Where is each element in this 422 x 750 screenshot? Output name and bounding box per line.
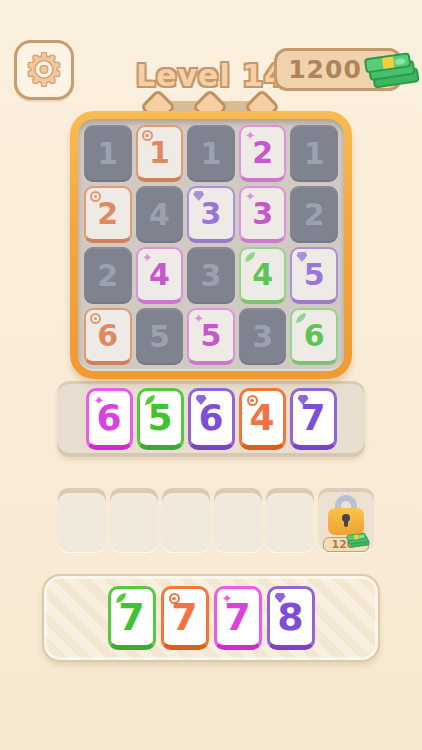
board-card-5-purple[interactable]: 5 (290, 247, 338, 304)
board-grid: 111✦21243✦322✦434565✦536 (84, 125, 338, 365)
next-cards-tray: 77✦78 (42, 574, 380, 662)
empty-slot-1[interactable] (58, 488, 106, 552)
board: 111✦21243✦322✦434565✦536 (78, 119, 344, 371)
card-value: 2 (97, 199, 118, 229)
slot-row: 120 (58, 488, 370, 553)
sparkle-icon: ✦ (245, 130, 256, 141)
coin-amount: 1200 (288, 55, 362, 84)
board-card-3-gray: 3 (187, 247, 235, 304)
board-card-2-magenta[interactable]: ✦2 (239, 125, 287, 182)
hand-card-5-green[interactable]: 5 (137, 388, 184, 450)
eye-icon (90, 191, 101, 202)
money-stack-icon (362, 39, 418, 92)
board-card-5-magenta[interactable]: ✦5 (187, 308, 235, 365)
card-value: 6 (304, 321, 325, 351)
card-value: 4 (252, 260, 273, 290)
board-card-1-orange[interactable]: 1 (136, 125, 184, 182)
eye-icon (169, 593, 180, 604)
tray-card-7-green[interactable]: 7 (108, 586, 156, 650)
card-value: 1 (201, 139, 222, 169)
card-value: 1 (149, 138, 170, 168)
tray-card-7-orange[interactable]: 7 (161, 586, 209, 650)
card-value: 2 (97, 261, 118, 291)
board-card-1-gray: 1 (84, 125, 132, 182)
card-value: 8 (277, 598, 303, 636)
sparkle-icon: ✦ (142, 252, 153, 263)
board-card-3-gray: 3 (239, 308, 287, 365)
card-value: 4 (149, 200, 170, 230)
empty-slot-4[interactable] (214, 488, 262, 552)
card-value: 6 (198, 400, 223, 436)
hand-tray: ✦65647 (57, 381, 365, 457)
eye-icon (247, 395, 258, 406)
card-value: 6 (97, 321, 118, 351)
board-frame: 111✦21243✦322✦434565✦536 (70, 111, 352, 379)
hand-card-7-purple[interactable]: 7 (290, 388, 337, 450)
eye-icon (90, 313, 101, 324)
sparkle-icon: ✦ (193, 313, 204, 324)
coin-counter[interactable]: 1200 (274, 48, 402, 91)
board-card-4-green[interactable]: 4 (239, 247, 287, 304)
eye-icon (142, 130, 153, 141)
sparkle-icon: ✦ (94, 395, 105, 406)
empty-slot-2[interactable] (110, 488, 158, 552)
card-value: 5 (147, 400, 172, 436)
card-value: 7 (300, 400, 325, 436)
tray-card-7-magenta[interactable]: ✦7 (214, 586, 262, 650)
board-card-3-magenta[interactable]: ✦3 (239, 186, 287, 243)
board-card-1-gray: 1 (290, 125, 338, 182)
hand-card-6-magenta[interactable]: ✦6 (86, 388, 133, 450)
sparkle-icon: ✦ (222, 593, 233, 604)
board-card-4-magenta[interactable]: ✦4 (136, 247, 184, 304)
board-card-3-purple[interactable]: 3 (187, 186, 235, 243)
board-card-2-gray: 2 (84, 247, 132, 304)
locked-slot[interactable]: 120 (318, 488, 374, 552)
tray-card-8-purple[interactable]: 8 (267, 586, 315, 650)
board-card-6-orange[interactable]: 6 (84, 308, 132, 365)
sparkle-icon: ✦ (245, 191, 256, 202)
card-value: 1 (304, 139, 325, 169)
card-value: 3 (252, 322, 273, 352)
empty-slot-5[interactable] (266, 488, 314, 552)
card-value: 2 (304, 200, 325, 230)
card-value: 3 (201, 261, 222, 291)
unlock-price-badge: 120 (323, 537, 369, 552)
card-value: 5 (304, 260, 325, 290)
hand-card-6-purple[interactable]: 6 (188, 388, 235, 450)
board-card-6-green[interactable]: 6 (290, 308, 338, 365)
card-value: 5 (149, 322, 170, 352)
board-card-2-gray: 2 (290, 186, 338, 243)
board-card-5-gray: 5 (136, 308, 184, 365)
card-value: 7 (118, 598, 144, 636)
card-value: 1 (97, 139, 118, 169)
empty-slot-3[interactable] (162, 488, 210, 552)
board-card-1-gray: 1 (187, 125, 235, 182)
board-card-2-orange[interactable]: 2 (84, 186, 132, 243)
hand-card-4-orange[interactable]: 4 (239, 388, 286, 450)
card-value: 3 (201, 199, 222, 229)
board-card-4-gray: 4 (136, 186, 184, 243)
money-stack-icon (346, 527, 369, 549)
